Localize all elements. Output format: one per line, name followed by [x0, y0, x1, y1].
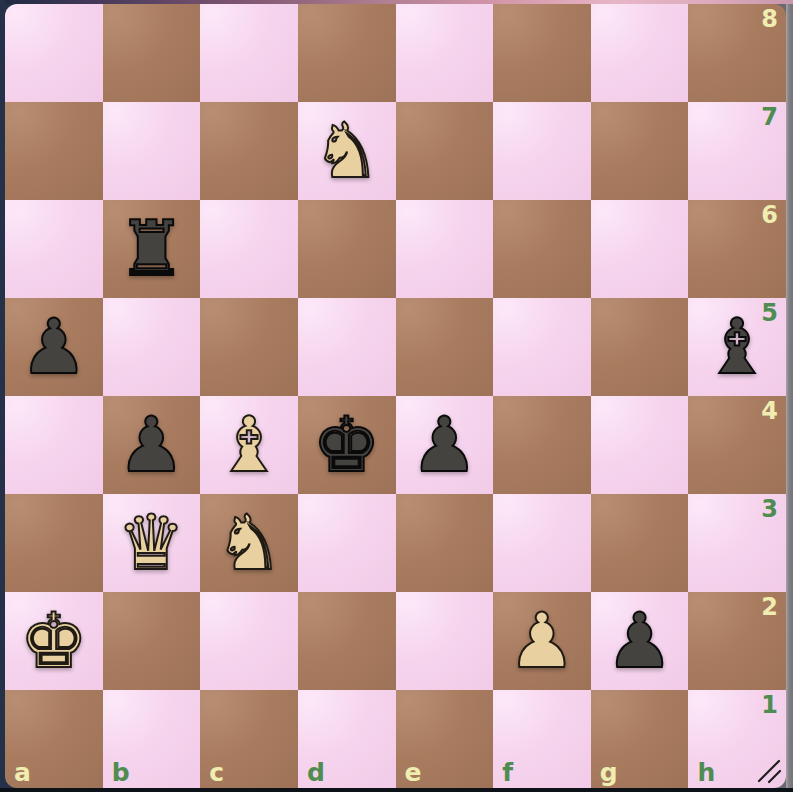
square-f3[interactable] — [493, 494, 591, 592]
square-f8[interactable] — [493, 4, 591, 102]
square-h8[interactable]: 8 — [688, 4, 786, 102]
square-h6[interactable]: 6 — [688, 200, 786, 298]
square-a1[interactable]: a — [5, 690, 103, 788]
black-pawn[interactable]: ♟ — [5, 298, 103, 396]
file-label-a: a — [14, 760, 31, 785]
chess-app-window: 8♞7♜6♟♝5♟♝♚♟4♛♞3♚♟♟2abcdefg1h — [0, 0, 793, 792]
square-e7[interactable] — [396, 102, 494, 200]
file-label-e: e — [405, 760, 422, 785]
square-g1[interactable]: g — [591, 690, 689, 788]
square-b3[interactable]: ♛ — [103, 494, 201, 592]
black-rook[interactable]: ♜ — [103, 200, 201, 298]
square-h5[interactable]: ♝5 — [688, 298, 786, 396]
rank-label-3: 3 — [761, 497, 778, 521]
square-c2[interactable] — [200, 592, 298, 690]
square-d6[interactable] — [298, 200, 396, 298]
resize-handle-icon[interactable] — [756, 758, 782, 784]
square-e3[interactable] — [396, 494, 494, 592]
square-d4[interactable]: ♚ — [298, 396, 396, 494]
rank-label-8: 8 — [761, 7, 778, 31]
square-h1[interactable]: 1h — [688, 690, 786, 788]
rank-label-7: 7 — [761, 105, 778, 129]
chess-board: 8♞7♜6♟♝5♟♝♚♟4♛♞3♚♟♟2abcdefg1h — [5, 4, 786, 788]
square-b1[interactable]: b — [103, 690, 201, 788]
square-b5[interactable] — [103, 298, 201, 396]
rank-label-2: 2 — [761, 595, 778, 619]
square-a5[interactable]: ♟ — [5, 298, 103, 396]
square-f2[interactable]: ♟ — [493, 592, 591, 690]
black-bishop[interactable]: ♝ — [688, 298, 786, 396]
square-c7[interactable] — [200, 102, 298, 200]
square-e8[interactable] — [396, 4, 494, 102]
square-b8[interactable] — [103, 4, 201, 102]
square-f4[interactable] — [493, 396, 591, 494]
white-knight[interactable]: ♞ — [298, 102, 396, 200]
file-label-f: f — [502, 760, 513, 785]
square-g7[interactable] — [591, 102, 689, 200]
square-c8[interactable] — [200, 4, 298, 102]
square-g6[interactable] — [591, 200, 689, 298]
square-a8[interactable] — [5, 4, 103, 102]
square-e1[interactable]: e — [396, 690, 494, 788]
black-king[interactable]: ♚ — [298, 396, 396, 494]
white-queen[interactable]: ♛ — [103, 494, 201, 592]
square-g3[interactable] — [591, 494, 689, 592]
black-pawn[interactable]: ♟ — [396, 396, 494, 494]
square-c5[interactable] — [200, 298, 298, 396]
square-h2[interactable]: 2 — [688, 592, 786, 690]
file-label-h: h — [697, 760, 715, 785]
white-pawn[interactable]: ♟ — [493, 592, 591, 690]
file-label-b: b — [112, 760, 130, 785]
rank-label-6: 6 — [761, 203, 778, 227]
square-d1[interactable]: d — [298, 690, 396, 788]
square-b4[interactable]: ♟ — [103, 396, 201, 494]
square-b6[interactable]: ♜ — [103, 200, 201, 298]
square-g4[interactable] — [591, 396, 689, 494]
square-f1[interactable]: f — [493, 690, 591, 788]
square-h3[interactable]: 3 — [688, 494, 786, 592]
square-a4[interactable] — [5, 396, 103, 494]
square-h4[interactable]: 4 — [688, 396, 786, 494]
square-b7[interactable] — [103, 102, 201, 200]
square-g5[interactable] — [591, 298, 689, 396]
square-f7[interactable] — [493, 102, 591, 200]
square-a6[interactable] — [5, 200, 103, 298]
square-a3[interactable] — [5, 494, 103, 592]
square-d7[interactable]: ♞ — [298, 102, 396, 200]
square-f5[interactable] — [493, 298, 591, 396]
square-h7[interactable]: 7 — [688, 102, 786, 200]
square-d3[interactable] — [298, 494, 396, 592]
square-d8[interactable] — [298, 4, 396, 102]
rank-label-4: 4 — [761, 399, 778, 423]
square-e6[interactable] — [396, 200, 494, 298]
square-e2[interactable] — [396, 592, 494, 690]
square-c3[interactable]: ♞ — [200, 494, 298, 592]
square-c6[interactable] — [200, 200, 298, 298]
square-e4[interactable]: ♟ — [396, 396, 494, 494]
window-right-edge — [786, 4, 793, 788]
window-bottom-edge — [0, 788, 793, 792]
file-label-d: d — [307, 760, 325, 785]
black-pawn[interactable]: ♟ — [591, 592, 689, 690]
black-pawn[interactable]: ♟ — [103, 396, 201, 494]
white-king[interactable]: ♚ — [5, 592, 103, 690]
white-bishop[interactable]: ♝ — [200, 396, 298, 494]
square-e5[interactable] — [396, 298, 494, 396]
square-g2[interactable]: ♟ — [591, 592, 689, 690]
square-d2[interactable] — [298, 592, 396, 690]
square-d5[interactable] — [298, 298, 396, 396]
square-a2[interactable]: ♚ — [5, 592, 103, 690]
file-label-g: g — [600, 760, 618, 785]
white-knight[interactable]: ♞ — [200, 494, 298, 592]
square-a7[interactable] — [5, 102, 103, 200]
square-g8[interactable] — [591, 4, 689, 102]
square-f6[interactable] — [493, 200, 591, 298]
file-label-c: c — [209, 760, 224, 785]
square-c4[interactable]: ♝ — [200, 396, 298, 494]
rank-label-1: 1 — [761, 693, 778, 717]
square-b2[interactable] — [103, 592, 201, 690]
square-c1[interactable]: c — [200, 690, 298, 788]
